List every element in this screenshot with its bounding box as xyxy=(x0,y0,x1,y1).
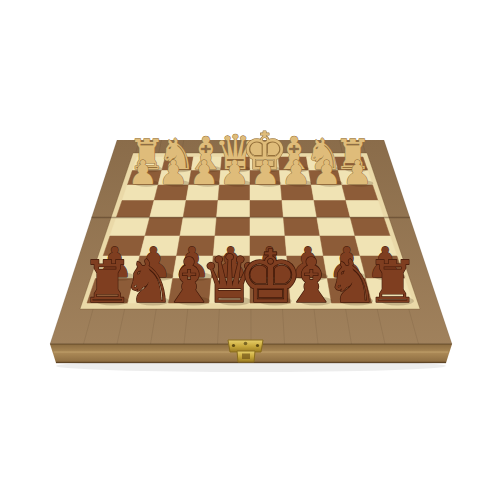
chess-set-photo: ♜♞♝♛♚♝♞♜♟♟♟♟♟♟♟♟♟♟♟♟♟♟♟♟♜♞♝♛♚♝♞♜ xyxy=(0,0,500,500)
square-4-2 xyxy=(180,218,217,237)
square-3-0 xyxy=(116,201,154,218)
product-photo: ♜♞♝♛♚♝♞♜♟♟♟♟♟♟♟♟♟♟♟♟♟♟♟♟♜♞♝♛♚♝♞♜ xyxy=(0,0,500,500)
square-3-2 xyxy=(183,201,218,218)
square-4-7 xyxy=(350,218,390,237)
square-4-6 xyxy=(317,218,355,237)
square-3-3 xyxy=(217,201,250,218)
square-3-5 xyxy=(282,201,317,218)
square-3-1 xyxy=(150,201,186,218)
piece-white-pawn: ♟ xyxy=(159,153,189,192)
square-3-7 xyxy=(346,201,384,218)
piece-white-pawn: ♟ xyxy=(312,153,342,192)
piece-white-pawn: ♟ xyxy=(128,153,158,192)
square-3-6 xyxy=(314,201,350,218)
piece-white-pawn: ♟ xyxy=(220,153,250,192)
square-4-4 xyxy=(250,218,285,237)
square-4-0 xyxy=(110,218,150,237)
piece-white-pawn: ♟ xyxy=(342,153,372,192)
square-3-4 xyxy=(250,201,283,218)
square-4-3 xyxy=(215,218,250,237)
piece-white-pawn: ♟ xyxy=(250,153,280,192)
piece-black-rook: ♜ xyxy=(367,248,419,316)
square-4-1 xyxy=(145,218,183,237)
piece-white-pawn: ♟ xyxy=(189,153,219,192)
piece-white-pawn: ♟ xyxy=(281,153,311,192)
square-4-5 xyxy=(283,218,320,237)
